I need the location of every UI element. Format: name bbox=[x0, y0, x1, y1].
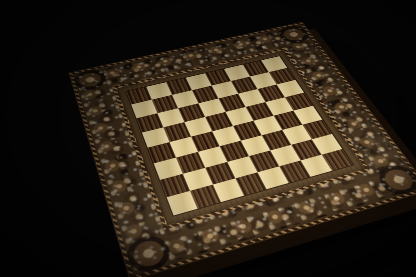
perspective-scene bbox=[0, 0, 416, 277]
photo-backdrop bbox=[0, 0, 416, 277]
chess-board bbox=[68, 22, 416, 277]
